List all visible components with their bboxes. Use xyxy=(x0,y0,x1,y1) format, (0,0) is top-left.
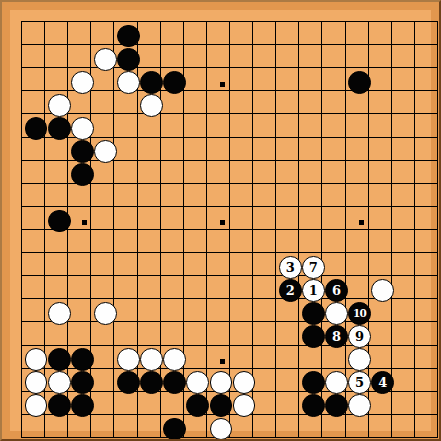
black-stone xyxy=(71,140,94,163)
white-stone xyxy=(117,348,140,371)
black-stone xyxy=(117,371,140,394)
stones-layer: 37216108954 xyxy=(1,1,440,440)
move-number-label: 8 xyxy=(332,330,341,343)
black-stone-move-10: 10 xyxy=(348,302,371,325)
move-number-label: 10 xyxy=(353,308,366,319)
black-stone-move-6: 6 xyxy=(325,279,348,302)
move-number-label: 4 xyxy=(378,376,387,389)
white-stone xyxy=(71,71,94,94)
black-stone xyxy=(71,163,94,186)
white-stone-move-5: 5 xyxy=(348,371,371,394)
white-stone xyxy=(25,348,48,371)
black-stone xyxy=(186,394,209,417)
black-stone xyxy=(210,394,233,417)
move-number-label: 6 xyxy=(332,284,341,297)
black-stone xyxy=(348,71,371,94)
black-stone xyxy=(71,371,94,394)
black-stone-move-2: 2 xyxy=(279,279,302,302)
white-stone xyxy=(71,117,94,140)
move-number-label: 9 xyxy=(355,330,364,343)
black-stone xyxy=(302,394,325,417)
white-stone-move-1: 1 xyxy=(302,279,325,302)
white-stone xyxy=(48,94,71,117)
move-number-label: 7 xyxy=(309,261,318,274)
white-stone xyxy=(25,371,48,394)
white-stone xyxy=(25,394,48,417)
move-number-label: 1 xyxy=(309,284,318,297)
go-board: 37216108954 xyxy=(0,0,441,441)
black-stone-move-8: 8 xyxy=(325,325,348,348)
white-stone xyxy=(348,394,371,417)
black-stone xyxy=(140,371,163,394)
black-stone xyxy=(48,348,71,371)
white-stone xyxy=(140,348,163,371)
white-stone-move-7: 7 xyxy=(302,256,325,279)
black-stone xyxy=(325,394,348,417)
black-stone xyxy=(117,48,140,71)
white-stone xyxy=(140,94,163,117)
white-stone-move-3: 3 xyxy=(279,256,302,279)
black-stone xyxy=(302,325,325,348)
black-stone xyxy=(25,117,48,140)
white-stone xyxy=(94,48,117,71)
black-stone xyxy=(48,394,71,417)
black-stone-move-4: 4 xyxy=(371,371,394,394)
white-stone xyxy=(348,348,371,371)
white-stone xyxy=(325,302,348,325)
white-stone xyxy=(163,348,186,371)
white-stone xyxy=(371,279,394,302)
white-stone xyxy=(210,418,233,441)
black-stone xyxy=(71,394,94,417)
white-stone xyxy=(48,371,71,394)
white-stone xyxy=(233,394,256,417)
black-stone xyxy=(302,302,325,325)
move-number-label: 2 xyxy=(286,284,295,297)
white-stone xyxy=(94,140,117,163)
black-stone xyxy=(48,210,71,233)
white-stone xyxy=(48,302,71,325)
black-stone xyxy=(163,71,186,94)
white-stone xyxy=(233,371,256,394)
black-stone xyxy=(140,71,163,94)
black-stone xyxy=(302,371,325,394)
white-stone xyxy=(210,371,233,394)
white-stone xyxy=(186,371,209,394)
black-stone xyxy=(48,117,71,140)
black-stone xyxy=(163,418,186,441)
white-stone xyxy=(117,71,140,94)
black-stone xyxy=(71,348,94,371)
white-stone xyxy=(94,302,117,325)
white-stone xyxy=(325,371,348,394)
white-stone-move-9: 9 xyxy=(348,325,371,348)
black-stone xyxy=(117,25,140,48)
black-stone xyxy=(163,371,186,394)
move-number-label: 5 xyxy=(355,376,364,389)
move-number-label: 3 xyxy=(286,261,295,274)
